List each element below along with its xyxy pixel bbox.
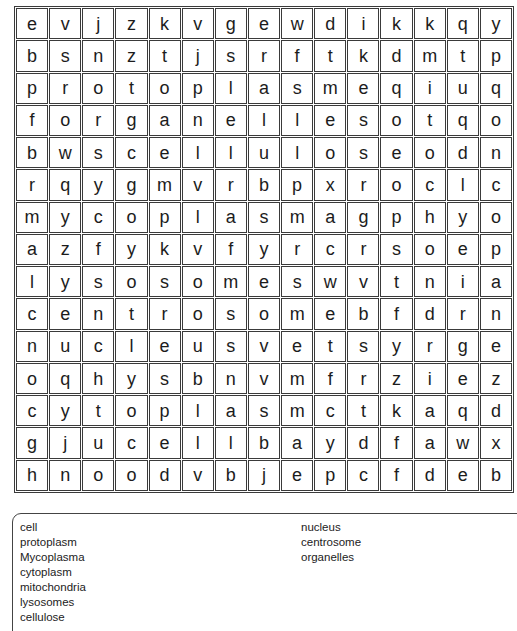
grid-cell[interactable]: f: [16, 105, 48, 136]
grid-cell[interactable]: y: [115, 363, 147, 394]
grid-cell[interactable]: a: [480, 266, 512, 297]
grid-cell[interactable]: e: [49, 298, 81, 329]
grid-cell[interactable]: e: [149, 331, 181, 362]
grid-cell[interactable]: o: [115, 202, 147, 233]
grid-cell[interactable]: y: [82, 169, 114, 200]
grid-cell[interactable]: e: [447, 234, 479, 265]
grid-cell[interactable]: y: [380, 331, 412, 362]
grid-cell[interactable]: e: [347, 73, 379, 104]
grid-cell[interactable]: g: [347, 202, 379, 233]
grid-cell[interactable]: p: [16, 73, 48, 104]
grid-cell[interactable]: g: [115, 169, 147, 200]
grid-cell[interactable]: c: [16, 395, 48, 426]
grid-cell[interactable]: v: [182, 460, 214, 491]
grid-cell[interactable]: d: [347, 427, 379, 458]
grid-cell[interactable]: c: [115, 427, 147, 458]
grid-cell[interactable]: l: [281, 137, 313, 168]
grid-cell[interactable]: e: [480, 331, 512, 362]
grid-cell[interactable]: e: [380, 137, 412, 168]
grid-cell[interactable]: y: [314, 427, 346, 458]
grid-cell[interactable]: o: [480, 202, 512, 233]
grid-cell[interactable]: v: [248, 331, 280, 362]
grid-cell[interactable]: b: [215, 460, 247, 491]
grid-cell[interactable]: o: [115, 395, 147, 426]
grid-cell[interactable]: s: [149, 363, 181, 394]
grid-cell[interactable]: g: [447, 331, 479, 362]
grid-cell[interactable]: e: [149, 137, 181, 168]
grid-cell[interactable]: c: [82, 202, 114, 233]
grid-cell[interactable]: o: [182, 266, 214, 297]
grid-cell[interactable]: y: [49, 395, 81, 426]
grid-cell[interactable]: o: [82, 73, 114, 104]
grid-cell[interactable]: e: [281, 460, 313, 491]
grid-cell[interactable]: n: [82, 298, 114, 329]
grid-cell[interactable]: f: [215, 234, 247, 265]
grid-cell[interactable]: c: [82, 331, 114, 362]
grid-cell[interactable]: r: [149, 298, 181, 329]
grid-cell[interactable]: a: [281, 427, 313, 458]
grid-cell[interactable]: t: [380, 266, 412, 297]
grid-cell[interactable]: t: [314, 331, 346, 362]
grid-cell[interactable]: q: [447, 8, 479, 39]
grid-cell[interactable]: e: [447, 460, 479, 491]
grid-cell[interactable]: r: [281, 234, 313, 265]
grid-cell[interactable]: s: [281, 266, 313, 297]
word-bank-item: mitochondria: [20, 580, 301, 595]
word-bank-column-2: nucleuscentrosomeorganelles: [301, 520, 517, 631]
grid-cell[interactable]: d: [480, 395, 512, 426]
grid-cell[interactable]: e: [149, 427, 181, 458]
grid-cell[interactable]: o: [414, 234, 446, 265]
grid-cell[interactable]: x: [314, 169, 346, 200]
grid-cell[interactable]: o: [380, 169, 412, 200]
grid-cell[interactable]: f: [380, 427, 412, 458]
grid-cell[interactable]: j: [182, 40, 214, 71]
grid-cell[interactable]: q: [380, 73, 412, 104]
grid-cell[interactable]: b: [248, 427, 280, 458]
grid-cell[interactable]: s: [149, 266, 181, 297]
grid-cell[interactable]: v: [182, 169, 214, 200]
grid-cell[interactable]: y: [49, 202, 81, 233]
grid-cell[interactable]: z: [115, 40, 147, 71]
grid-cell[interactable]: j: [248, 460, 280, 491]
grid-cell[interactable]: l: [447, 169, 479, 200]
grid-cell[interactable]: y: [49, 266, 81, 297]
grid-cell[interactable]: o: [149, 73, 181, 104]
grid-cell[interactable]: k: [347, 40, 379, 71]
grid-cell[interactable]: o: [16, 363, 48, 394]
grid-cell[interactable]: r: [347, 363, 379, 394]
grid-cell[interactable]: a: [149, 105, 181, 136]
grid-cell[interactable]: d: [414, 298, 446, 329]
grid-cell[interactable]: v: [347, 266, 379, 297]
grid-cell[interactable]: o: [115, 460, 147, 491]
grid-cell[interactable]: n: [480, 298, 512, 329]
grid-cell[interactable]: e: [281, 331, 313, 362]
grid-cell[interactable]: k: [149, 234, 181, 265]
word-bank-column-1: cellprotoplasmMycoplasmacytoplasmmitocho…: [20, 520, 301, 631]
grid-cell[interactable]: h: [414, 202, 446, 233]
grid-cell[interactable]: v: [49, 8, 81, 39]
grid-cell[interactable]: l: [16, 266, 48, 297]
grid-cell[interactable]: q: [49, 363, 81, 394]
grid-cell[interactable]: o: [480, 105, 512, 136]
grid-cell[interactable]: o: [82, 460, 114, 491]
grid-cell[interactable]: f: [82, 234, 114, 265]
grid-cell[interactable]: c: [414, 169, 446, 200]
grid-cell[interactable]: e: [16, 8, 48, 39]
grid-cell[interactable]: y: [115, 234, 147, 265]
grid-cell[interactable]: k: [380, 8, 412, 39]
grid-cell[interactable]: s: [281, 73, 313, 104]
grid-cell[interactable]: m: [215, 266, 247, 297]
grid-cell[interactable]: n: [49, 460, 81, 491]
grid-cell[interactable]: m: [281, 298, 313, 329]
grid-cell[interactable]: p: [480, 40, 512, 71]
grid-cell[interactable]: z: [380, 363, 412, 394]
grid-cell[interactable]: q: [480, 73, 512, 104]
grid-cell[interactable]: w: [281, 8, 313, 39]
grid-cell[interactable]: u: [447, 73, 479, 104]
grid-cell[interactable]: b: [16, 40, 48, 71]
grid-cell[interactable]: j: [49, 427, 81, 458]
grid-cell[interactable]: i: [414, 73, 446, 104]
word-bank-item: Mycoplasma: [20, 550, 301, 565]
grid-cell[interactable]: t: [414, 105, 446, 136]
grid-cell[interactable]: s: [49, 40, 81, 71]
grid-cell[interactable]: d: [149, 460, 181, 491]
grid-cell[interactable]: l: [281, 105, 313, 136]
grid-cell[interactable]: m: [414, 40, 446, 71]
grid-cell[interactable]: x: [480, 427, 512, 458]
grid-cell[interactable]: y: [480, 8, 512, 39]
grid-cell[interactable]: t: [347, 395, 379, 426]
grid-cell[interactable]: n: [82, 40, 114, 71]
grid-cell[interactable]: i: [414, 363, 446, 394]
grid-cell[interactable]: f: [380, 298, 412, 329]
grid-cell[interactable]: p: [182, 73, 214, 104]
grid-cell[interactable]: c: [314, 395, 346, 426]
grid-cell[interactable]: o: [182, 298, 214, 329]
grid-cell[interactable]: d: [380, 40, 412, 71]
grid-cell[interactable]: e: [248, 266, 280, 297]
grid-cell[interactable]: l: [215, 427, 247, 458]
grid-cell[interactable]: s: [215, 331, 247, 362]
word-bank-item: cytoplasm: [20, 565, 301, 580]
grid-cell[interactable]: q: [447, 105, 479, 136]
grid-cell[interactable]: v: [248, 363, 280, 394]
grid-cell[interactable]: s: [215, 40, 247, 71]
grid-cell[interactable]: s: [347, 331, 379, 362]
grid-cell[interactable]: q: [49, 169, 81, 200]
grid-cell[interactable]: g: [16, 427, 48, 458]
grid-cell[interactable]: n: [16, 331, 48, 362]
grid-cell[interactable]: r: [414, 331, 446, 362]
grid-cell[interactable]: r: [49, 73, 81, 104]
grid-cell[interactable]: o: [414, 137, 446, 168]
grid-cell[interactable]: l: [182, 427, 214, 458]
word-bank-item: lysosomes: [20, 595, 301, 610]
grid-cell[interactable]: t: [149, 40, 181, 71]
grid-cell[interactable]: o: [115, 266, 147, 297]
grid-cell[interactable]: t: [115, 298, 147, 329]
grid-cell[interactable]: n: [414, 266, 446, 297]
grid-cell[interactable]: s: [380, 234, 412, 265]
grid-cell[interactable]: r: [347, 234, 379, 265]
grid-cell[interactable]: u: [49, 331, 81, 362]
grid-cell[interactable]: m: [314, 73, 346, 104]
grid-cell[interactable]: w: [314, 266, 346, 297]
grid-cell[interactable]: n: [182, 105, 214, 136]
grid-cell[interactable]: o: [248, 298, 280, 329]
grid-cell[interactable]: l: [215, 73, 247, 104]
grid-cell[interactable]: k: [149, 8, 181, 39]
grid-cell[interactable]: m: [149, 169, 181, 200]
grid-cell[interactable]: s: [248, 395, 280, 426]
grid-cell[interactable]: r: [215, 169, 247, 200]
grid-cell[interactable]: u: [82, 427, 114, 458]
word-bank-item: cell: [20, 520, 301, 535]
grid-cell[interactable]: a: [215, 395, 247, 426]
grid-cell[interactable]: a: [215, 202, 247, 233]
grid-cell[interactable]: s: [82, 266, 114, 297]
grid-cell[interactable]: t: [115, 73, 147, 104]
grid-cell[interactable]: g: [215, 8, 247, 39]
grid-cell[interactable]: a: [248, 73, 280, 104]
grid-cell[interactable]: o: [314, 137, 346, 168]
grid-cell[interactable]: v: [182, 8, 214, 39]
grid-cell[interactable]: e: [215, 105, 247, 136]
grid-cell[interactable]: q: [447, 395, 479, 426]
grid-cell[interactable]: m: [281, 202, 313, 233]
grid-cell[interactable]: s: [82, 137, 114, 168]
grid-cell[interactable]: r: [82, 105, 114, 136]
grid-cell[interactable]: e: [314, 298, 346, 329]
grid-cell[interactable]: h: [82, 363, 114, 394]
grid-cell[interactable]: m: [16, 202, 48, 233]
word-bank-item: cellulose: [20, 610, 301, 625]
grid-cell[interactable]: u: [248, 137, 280, 168]
grid-cell[interactable]: z: [115, 8, 147, 39]
grid-cell[interactable]: k: [380, 395, 412, 426]
grid-cell[interactable]: d: [314, 8, 346, 39]
grid-cell[interactable]: b: [248, 169, 280, 200]
word-search-board: evjzkvgewdikkqybsnztjsrftkdmtpprotoplasm…: [14, 6, 514, 493]
grid-cell[interactable]: l: [182, 137, 214, 168]
grid-cell[interactable]: f: [281, 40, 313, 71]
grid-cell[interactable]: s: [248, 202, 280, 233]
grid-cell[interactable]: b: [182, 363, 214, 394]
grid-cell[interactable]: p: [480, 234, 512, 265]
grid-cell[interactable]: o: [380, 105, 412, 136]
word-bank-item: centrosome: [301, 535, 517, 550]
grid-cell[interactable]: p: [314, 460, 346, 491]
word-bank-item: nucleus: [301, 520, 517, 535]
grid-cell[interactable]: o: [49, 105, 81, 136]
grid-cell[interactable]: l: [248, 105, 280, 136]
word-search-grid: evjzkvgewdikkqybsnztjsrftkdmtpprotoplasm…: [16, 8, 512, 491]
grid-cell[interactable]: p: [149, 202, 181, 233]
grid-cell[interactable]: c: [115, 137, 147, 168]
grid-cell[interactable]: i: [447, 266, 479, 297]
grid-cell[interactable]: d: [414, 460, 446, 491]
grid-cell[interactable]: d: [447, 137, 479, 168]
grid-cell[interactable]: n: [480, 137, 512, 168]
grid-cell[interactable]: f: [380, 460, 412, 491]
grid-cell[interactable]: y: [248, 234, 280, 265]
grid-cell[interactable]: b: [480, 460, 512, 491]
grid-cell[interactable]: w: [49, 137, 81, 168]
grid-cell[interactable]: r: [447, 298, 479, 329]
grid-cell[interactable]: k: [414, 8, 446, 39]
grid-cell[interactable]: r: [16, 169, 48, 200]
grid-cell[interactable]: z: [480, 363, 512, 394]
grid-cell[interactable]: l: [215, 137, 247, 168]
grid-cell[interactable]: y: [447, 202, 479, 233]
grid-cell[interactable]: p: [380, 202, 412, 233]
grid-cell[interactable]: s: [347, 105, 379, 136]
word-bank-item: organelles: [301, 550, 517, 565]
grid-cell[interactable]: t: [447, 40, 479, 71]
grid-cell[interactable]: c: [314, 234, 346, 265]
grid-cell[interactable]: a: [414, 427, 446, 458]
grid-cell[interactable]: v: [182, 234, 214, 265]
grid-cell[interactable]: r: [248, 40, 280, 71]
grid-cell[interactable]: a: [16, 234, 48, 265]
grid-cell[interactable]: a: [414, 395, 446, 426]
grid-cell[interactable]: s: [347, 137, 379, 168]
grid-cell[interactable]: m: [281, 363, 313, 394]
grid-cell[interactable]: u: [182, 331, 214, 362]
grid-cell[interactable]: a: [314, 202, 346, 233]
word-search-page: evjzkvgewdikkqybsnztjsrftkdmtpprotoplasm…: [0, 0, 517, 631]
grid-cell[interactable]: e: [447, 363, 479, 394]
grid-cell[interactable]: g: [115, 105, 147, 136]
grid-cell[interactable]: f: [314, 363, 346, 394]
grid-cell[interactable]: t: [314, 40, 346, 71]
grid-cell[interactable]: w: [447, 427, 479, 458]
grid-cell[interactable]: j: [82, 8, 114, 39]
grid-cell[interactable]: c: [480, 169, 512, 200]
grid-cell[interactable]: m: [281, 395, 313, 426]
grid-cell[interactable]: l: [115, 331, 147, 362]
grid-cell[interactable]: i: [347, 8, 379, 39]
word-bank-item: protoplasm: [20, 535, 301, 550]
grid-cell[interactable]: c: [347, 460, 379, 491]
grid-cell[interactable]: b: [347, 298, 379, 329]
grid-cell[interactable]: h: [16, 460, 48, 491]
grid-cell[interactable]: l: [182, 202, 214, 233]
grid-cell[interactable]: s: [215, 298, 247, 329]
grid-cell[interactable]: p: [281, 169, 313, 200]
grid-cell[interactable]: n: [215, 363, 247, 394]
grid-cell[interactable]: e: [314, 105, 346, 136]
grid-cell[interactable]: b: [16, 137, 48, 168]
grid-cell[interactable]: z: [49, 234, 81, 265]
grid-cell[interactable]: r: [347, 169, 379, 200]
grid-cell[interactable]: t: [82, 395, 114, 426]
grid-cell[interactable]: c: [16, 298, 48, 329]
grid-cell[interactable]: e: [248, 8, 280, 39]
word-bank: cellprotoplasmMycoplasmacytoplasmmitocho…: [12, 513, 517, 631]
grid-cell[interactable]: p: [149, 395, 181, 426]
grid-cell[interactable]: l: [182, 395, 214, 426]
